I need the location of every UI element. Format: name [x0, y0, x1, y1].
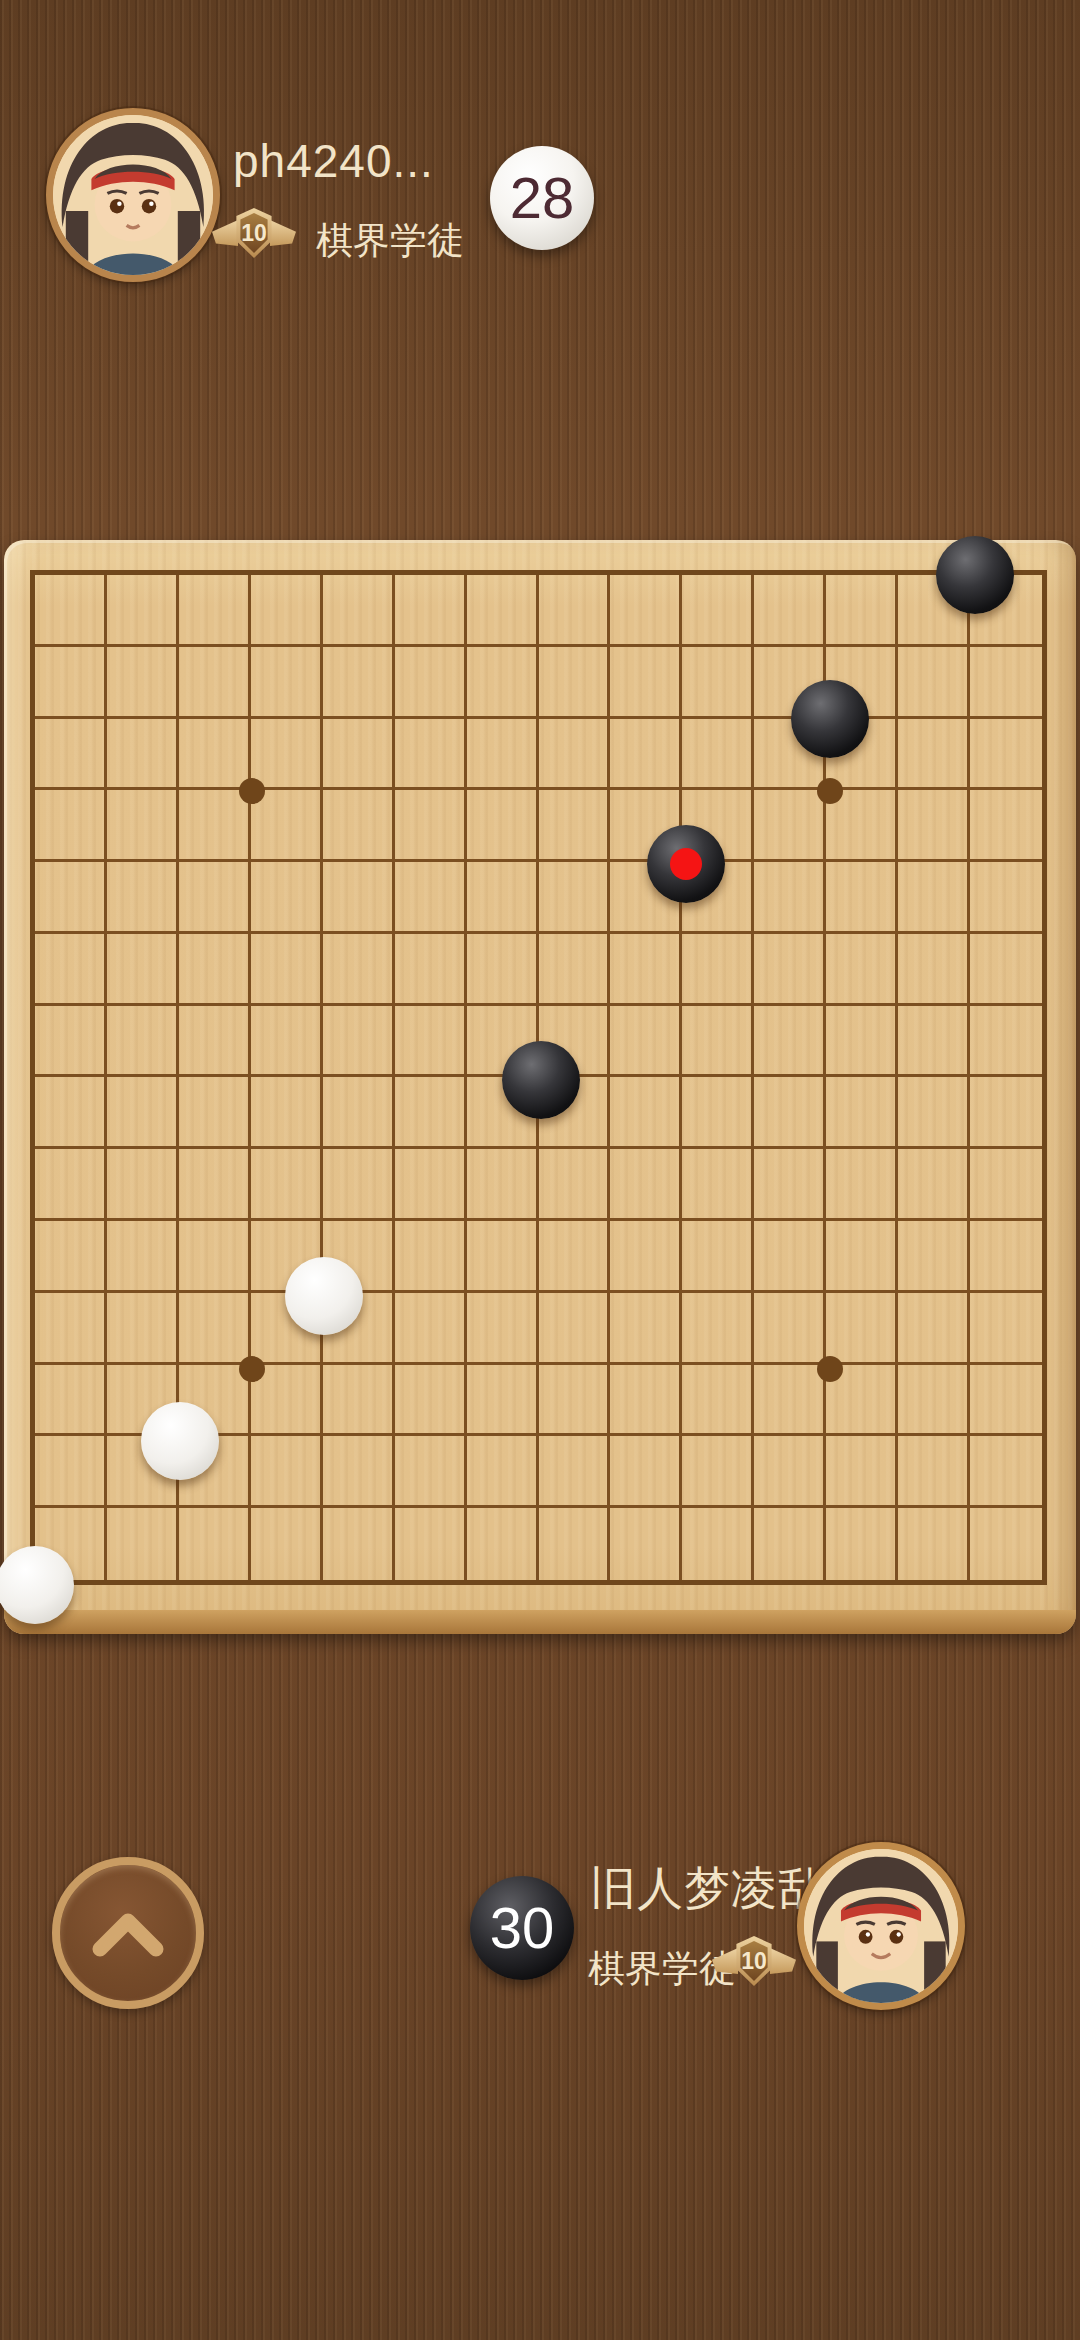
board-cell: [395, 1221, 467, 1293]
board-cell: [179, 1508, 251, 1580]
avatar-art: [53, 115, 213, 275]
winged-shield-icon: [270, 220, 296, 246]
board-cell: [610, 575, 682, 647]
board-cell: [395, 790, 467, 862]
board-cell: [179, 1221, 251, 1293]
board-cell: [610, 1508, 682, 1580]
board-cell: [107, 1508, 179, 1580]
board-cell: [395, 575, 467, 647]
board-cell: [107, 1006, 179, 1078]
bottom-player-level: 10: [741, 1948, 767, 1975]
board-cell: [107, 790, 179, 862]
board-cell: [754, 1077, 826, 1149]
board-cell: [467, 1293, 539, 1365]
board-cell: [826, 575, 898, 647]
board-cell: [395, 862, 467, 934]
board-cell: [682, 575, 754, 647]
board-cell: [826, 1006, 898, 1078]
board-cell: [395, 647, 467, 719]
board-cell: [251, 862, 323, 934]
board-cell: [826, 1436, 898, 1508]
board-cell: [395, 1077, 467, 1149]
board-cell: [251, 934, 323, 1006]
board-cell: [179, 1006, 251, 1078]
board-cell: [754, 575, 826, 647]
board-cell: [754, 790, 826, 862]
board-cell: [107, 647, 179, 719]
board-cell: [395, 1436, 467, 1508]
star-point: [817, 778, 843, 804]
board-cell: [251, 719, 323, 791]
top-player-avatar[interactable]: [46, 108, 220, 282]
board-cell: [323, 647, 395, 719]
board-cell: [35, 862, 107, 934]
bottom-player-avatar[interactable]: [797, 1842, 965, 2010]
board-cell: [467, 1149, 539, 1221]
board-cell: [35, 934, 107, 1006]
board-cell: [539, 1436, 611, 1508]
top-player-level: 10: [241, 220, 267, 247]
board-cell: [107, 934, 179, 1006]
board-cell: [35, 1077, 107, 1149]
winged-shield-icon: [770, 1948, 796, 1974]
board-cell: [610, 1436, 682, 1508]
board-cell: [539, 1221, 611, 1293]
board-cell: [107, 1077, 179, 1149]
board-cell: [323, 790, 395, 862]
board-cell: [251, 790, 323, 862]
board-cell: [179, 934, 251, 1006]
board-cell: [970, 647, 1042, 719]
board-cell: [251, 575, 323, 647]
board-cell: [898, 1508, 970, 1580]
board-cell: [467, 719, 539, 791]
board-cell: [682, 1365, 754, 1437]
board-cell: [539, 934, 611, 1006]
board-cell: [754, 1508, 826, 1580]
white-stone: [141, 1402, 219, 1480]
board-cell: [179, 647, 251, 719]
board-cell: [610, 1077, 682, 1149]
board-cell: [754, 1006, 826, 1078]
board-cell: [970, 1006, 1042, 1078]
board-cell: [898, 790, 970, 862]
board-cell: [467, 1365, 539, 1437]
board-cell: [179, 1077, 251, 1149]
black-stone: [647, 825, 725, 903]
collapse-button[interactable]: [52, 1857, 204, 2009]
board-cell: [898, 647, 970, 719]
bottom-player-rank-badge: 10: [706, 1936, 802, 1986]
board-cell: [539, 1293, 611, 1365]
board-cell: [754, 862, 826, 934]
chevron-up-icon: [68, 1873, 188, 1993]
board-cell: [754, 1365, 826, 1437]
board-cell: [754, 934, 826, 1006]
winged-shield-icon: [212, 220, 238, 246]
board-cell: [610, 1006, 682, 1078]
board-cell: [251, 1508, 323, 1580]
board-cell: [970, 1365, 1042, 1437]
board-cell: [970, 1293, 1042, 1365]
top-player-name: ph4240...: [233, 134, 434, 188]
board-cell: [35, 1436, 107, 1508]
board-cell: [539, 1365, 611, 1437]
board-cell: [107, 1149, 179, 1221]
board-cell: [179, 719, 251, 791]
board-cell: [754, 1221, 826, 1293]
board-cell: [35, 1149, 107, 1221]
board-cell: [323, 1436, 395, 1508]
board-cell: [251, 1077, 323, 1149]
bottom-player-name: 旧人梦凌乱: [590, 1858, 825, 1920]
board-cell: [395, 1365, 467, 1437]
board-cell: [898, 934, 970, 1006]
board-cell: [610, 1221, 682, 1293]
gomoku-match-screen: { "game": "gomoku", "app_context": "mobi…: [0, 0, 1080, 2340]
gomoku-board[interactable]: [30, 570, 1047, 1585]
board-cell: [323, 1365, 395, 1437]
winged-shield-icon: [712, 1948, 738, 1974]
board-cell: [970, 1436, 1042, 1508]
top-player-timer: 28: [510, 169, 575, 227]
board-cell: [107, 1221, 179, 1293]
board-cell: [682, 1508, 754, 1580]
board-cell: [323, 1006, 395, 1078]
board-cell: [35, 1365, 107, 1437]
board-cell: [35, 647, 107, 719]
board-cell: [610, 1293, 682, 1365]
board-cell: [467, 1508, 539, 1580]
board-cell: [754, 1293, 826, 1365]
board-cell: [107, 862, 179, 934]
black-stone: [502, 1041, 580, 1119]
board-cell: [826, 934, 898, 1006]
board-cell: [610, 719, 682, 791]
board-cell: [898, 1077, 970, 1149]
board-cell: [395, 1006, 467, 1078]
board-cell: [35, 575, 107, 647]
board-cell: [179, 1293, 251, 1365]
board-cell: [898, 862, 970, 934]
board-cell: [323, 719, 395, 791]
board-cell: [35, 1293, 107, 1365]
board-cell: [682, 934, 754, 1006]
board-cell: [539, 1508, 611, 1580]
board-cell: [539, 719, 611, 791]
board-cell: [107, 719, 179, 791]
board-cell: [107, 1293, 179, 1365]
board-cell: [754, 1149, 826, 1221]
board-cell: [682, 1077, 754, 1149]
board-cell: [251, 1006, 323, 1078]
board-cell: [323, 575, 395, 647]
board-cell: [539, 862, 611, 934]
board-cell: [35, 1006, 107, 1078]
board-cell: [395, 1293, 467, 1365]
top-player-timer-stone: 28: [490, 146, 594, 250]
board-cell: [898, 1365, 970, 1437]
board-cell: [898, 719, 970, 791]
board-cell: [467, 575, 539, 647]
star-point: [817, 1356, 843, 1382]
board-cell: [395, 1508, 467, 1580]
board-cell: [467, 862, 539, 934]
board-cell: [467, 934, 539, 1006]
board-cell: [898, 1293, 970, 1365]
board-cell: [970, 934, 1042, 1006]
board-cell: [467, 790, 539, 862]
board-cell: [898, 1436, 970, 1508]
board-cell: [970, 862, 1042, 934]
board-cell: [970, 1149, 1042, 1221]
board-cell: [323, 1149, 395, 1221]
board-cell: [323, 1508, 395, 1580]
board-cell: [970, 790, 1042, 862]
board-cell: [826, 1077, 898, 1149]
board-cell: [467, 647, 539, 719]
board-cell: [467, 1221, 539, 1293]
board-cell: [970, 719, 1042, 791]
board-cell: [682, 1149, 754, 1221]
board-cell: [610, 647, 682, 719]
board-panel-bottom-edge: [4, 1610, 1076, 1634]
avatar-art: [804, 1849, 958, 2003]
white-stone: [285, 1257, 363, 1335]
board-cell: [970, 1221, 1042, 1293]
board-cell: [251, 647, 323, 719]
board-cell: [395, 1149, 467, 1221]
board-cell: [682, 1293, 754, 1365]
board-cell: [35, 719, 107, 791]
bottom-player-timer: 30: [490, 1899, 555, 1957]
black-stone: [936, 536, 1014, 614]
board-cell: [35, 790, 107, 862]
board-cell: [826, 862, 898, 934]
board-cell: [107, 575, 179, 647]
black-stone: [791, 680, 869, 758]
board-cell: [539, 575, 611, 647]
board-cell: [539, 790, 611, 862]
board-cell: [251, 1436, 323, 1508]
board-cell: [898, 1006, 970, 1078]
board-cell: [395, 934, 467, 1006]
board-panel: [4, 540, 1076, 1634]
last-move-marker: [670, 848, 702, 880]
board-cell: [682, 1436, 754, 1508]
bottom-player-timer-stone: 30: [470, 1876, 574, 1980]
board-cell: [35, 1221, 107, 1293]
board-cell: [898, 1221, 970, 1293]
board-cell: [179, 862, 251, 934]
board-cell: [970, 1508, 1042, 1580]
board-cell: [682, 1221, 754, 1293]
board-cell: [826, 1508, 898, 1580]
board-cell: [179, 575, 251, 647]
board-cell: [682, 647, 754, 719]
board-cell: [179, 1149, 251, 1221]
star-point: [239, 778, 265, 804]
board-cell: [539, 647, 611, 719]
board-cell: [395, 719, 467, 791]
board-cell: [970, 1077, 1042, 1149]
top-player-rank-badge: 10: [206, 208, 302, 258]
board-cell: [323, 934, 395, 1006]
board-cell: [610, 1365, 682, 1437]
board-cell: [610, 934, 682, 1006]
board-cell: [323, 1077, 395, 1149]
board-cell: [826, 1293, 898, 1365]
board-cell: [682, 719, 754, 791]
board-cell: [251, 1149, 323, 1221]
top-player-rank: 棋界学徒: [316, 216, 464, 266]
board-cell: [898, 1149, 970, 1221]
board-cell: [467, 1436, 539, 1508]
board-cell: [179, 790, 251, 862]
board-cell: [826, 1149, 898, 1221]
star-point: [239, 1356, 265, 1382]
board-cell: [754, 1436, 826, 1508]
board-cell: [539, 1149, 611, 1221]
board-cell: [610, 1149, 682, 1221]
board-cell: [323, 862, 395, 934]
board-cell: [826, 1221, 898, 1293]
board-cell: [682, 1006, 754, 1078]
